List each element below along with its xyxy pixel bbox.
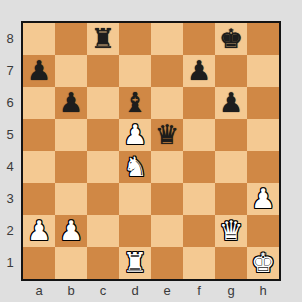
square-h8[interactable] xyxy=(247,23,279,55)
square-f2[interactable] xyxy=(183,215,215,247)
white-knight[interactable]: ♞ xyxy=(123,151,147,183)
square-h6[interactable] xyxy=(247,87,279,119)
square-f1[interactable] xyxy=(183,247,215,279)
file-label-g: g xyxy=(215,281,247,301)
square-f8[interactable] xyxy=(183,23,215,55)
rank-label-3: 3 xyxy=(0,183,20,215)
square-e3[interactable] xyxy=(151,183,183,215)
square-e1[interactable] xyxy=(151,247,183,279)
file-label-e: e xyxy=(151,281,183,301)
rank-label-5: 5 xyxy=(0,119,20,151)
square-c5[interactable] xyxy=(87,119,119,151)
white-king[interactable]: ♚ xyxy=(251,247,275,279)
square-d7[interactable] xyxy=(119,55,151,87)
file-label-d: d xyxy=(119,281,151,301)
square-d6[interactable]: ♝ xyxy=(119,87,151,119)
square-g3[interactable] xyxy=(215,183,247,215)
square-a4[interactable] xyxy=(23,151,55,183)
square-g2[interactable]: ♛ xyxy=(215,215,247,247)
square-h7[interactable] xyxy=(247,55,279,87)
square-e7[interactable] xyxy=(151,55,183,87)
square-g8[interactable]: ♚ xyxy=(215,23,247,55)
square-c8[interactable]: ♜ xyxy=(87,23,119,55)
white-rook[interactable]: ♜ xyxy=(123,247,147,279)
file-labels: abcdefgh xyxy=(23,281,279,301)
rank-labels: 87654321 xyxy=(0,23,20,279)
rank-label-8: 8 xyxy=(0,23,20,55)
square-b4[interactable] xyxy=(55,151,87,183)
rank-label-4: 4 xyxy=(0,151,20,183)
square-d3[interactable] xyxy=(119,183,151,215)
square-b1[interactable] xyxy=(55,247,87,279)
white-pawn[interactable]: ♟ xyxy=(27,215,51,247)
square-c1[interactable] xyxy=(87,247,119,279)
black-queen[interactable]: ♛ xyxy=(155,119,179,151)
square-h1[interactable]: ♚ xyxy=(247,247,279,279)
file-label-h: h xyxy=(247,281,279,301)
board: ♜♚♟♟♟♝♟♟♛♞♟♟♟♛♜♚ xyxy=(21,21,281,281)
square-b2[interactable]: ♟ xyxy=(55,215,87,247)
file-label-f: f xyxy=(183,281,215,301)
black-pawn[interactable]: ♟ xyxy=(27,55,51,87)
square-b7[interactable] xyxy=(55,55,87,87)
black-king[interactable]: ♚ xyxy=(219,23,243,55)
square-f4[interactable] xyxy=(183,151,215,183)
rank-label-2: 2 xyxy=(0,215,20,247)
square-a3[interactable] xyxy=(23,183,55,215)
white-queen[interactable]: ♛ xyxy=(219,215,243,247)
square-e2[interactable] xyxy=(151,215,183,247)
square-c2[interactable] xyxy=(87,215,119,247)
file-label-b: b xyxy=(55,281,87,301)
square-g7[interactable] xyxy=(215,55,247,87)
square-h2[interactable] xyxy=(247,215,279,247)
square-h5[interactable] xyxy=(247,119,279,151)
black-pawn[interactable]: ♟ xyxy=(219,87,243,119)
rank-label-7: 7 xyxy=(0,55,20,87)
white-pawn[interactable]: ♟ xyxy=(59,215,83,247)
square-d1[interactable]: ♜ xyxy=(119,247,151,279)
square-e4[interactable] xyxy=(151,151,183,183)
square-e6[interactable] xyxy=(151,87,183,119)
square-g1[interactable] xyxy=(215,247,247,279)
square-d5[interactable]: ♟ xyxy=(119,119,151,151)
square-a1[interactable] xyxy=(23,247,55,279)
square-d2[interactable] xyxy=(119,215,151,247)
black-pawn[interactable]: ♟ xyxy=(59,87,83,119)
square-a6[interactable] xyxy=(23,87,55,119)
file-label-c: c xyxy=(87,281,119,301)
square-f5[interactable] xyxy=(183,119,215,151)
square-b8[interactable] xyxy=(55,23,87,55)
square-f7[interactable]: ♟ xyxy=(183,55,215,87)
square-f3[interactable] xyxy=(183,183,215,215)
square-c3[interactable] xyxy=(87,183,119,215)
square-h4[interactable] xyxy=(247,151,279,183)
square-b6[interactable]: ♟ xyxy=(55,87,87,119)
square-c6[interactable] xyxy=(87,87,119,119)
black-rook[interactable]: ♜ xyxy=(91,23,115,55)
square-a5[interactable] xyxy=(23,119,55,151)
file-label-a: a xyxy=(23,281,55,301)
rank-label-6: 6 xyxy=(0,87,20,119)
black-pawn[interactable]: ♟ xyxy=(187,55,211,87)
square-d8[interactable] xyxy=(119,23,151,55)
square-e5[interactable]: ♛ xyxy=(151,119,183,151)
square-b5[interactable] xyxy=(55,119,87,151)
square-c4[interactable] xyxy=(87,151,119,183)
white-pawn[interactable]: ♟ xyxy=(251,183,275,215)
square-g4[interactable] xyxy=(215,151,247,183)
square-a8[interactable] xyxy=(23,23,55,55)
square-f6[interactable] xyxy=(183,87,215,119)
square-d4[interactable]: ♞ xyxy=(119,151,151,183)
square-a2[interactable]: ♟ xyxy=(23,215,55,247)
white-pawn[interactable]: ♟ xyxy=(123,119,147,151)
square-g6[interactable]: ♟ xyxy=(215,87,247,119)
chess-app: 87654321 ♜♚♟♟♟♝♟♟♛♞♟♟♟♛♜♚ abcdefgh xyxy=(0,0,302,302)
square-c7[interactable] xyxy=(87,55,119,87)
square-e8[interactable] xyxy=(151,23,183,55)
square-g5[interactable] xyxy=(215,119,247,151)
square-b3[interactable] xyxy=(55,183,87,215)
black-bishop[interactable]: ♝ xyxy=(123,87,147,119)
rank-label-1: 1 xyxy=(0,247,20,279)
square-a7[interactable]: ♟ xyxy=(23,55,55,87)
square-h3[interactable]: ♟ xyxy=(247,183,279,215)
